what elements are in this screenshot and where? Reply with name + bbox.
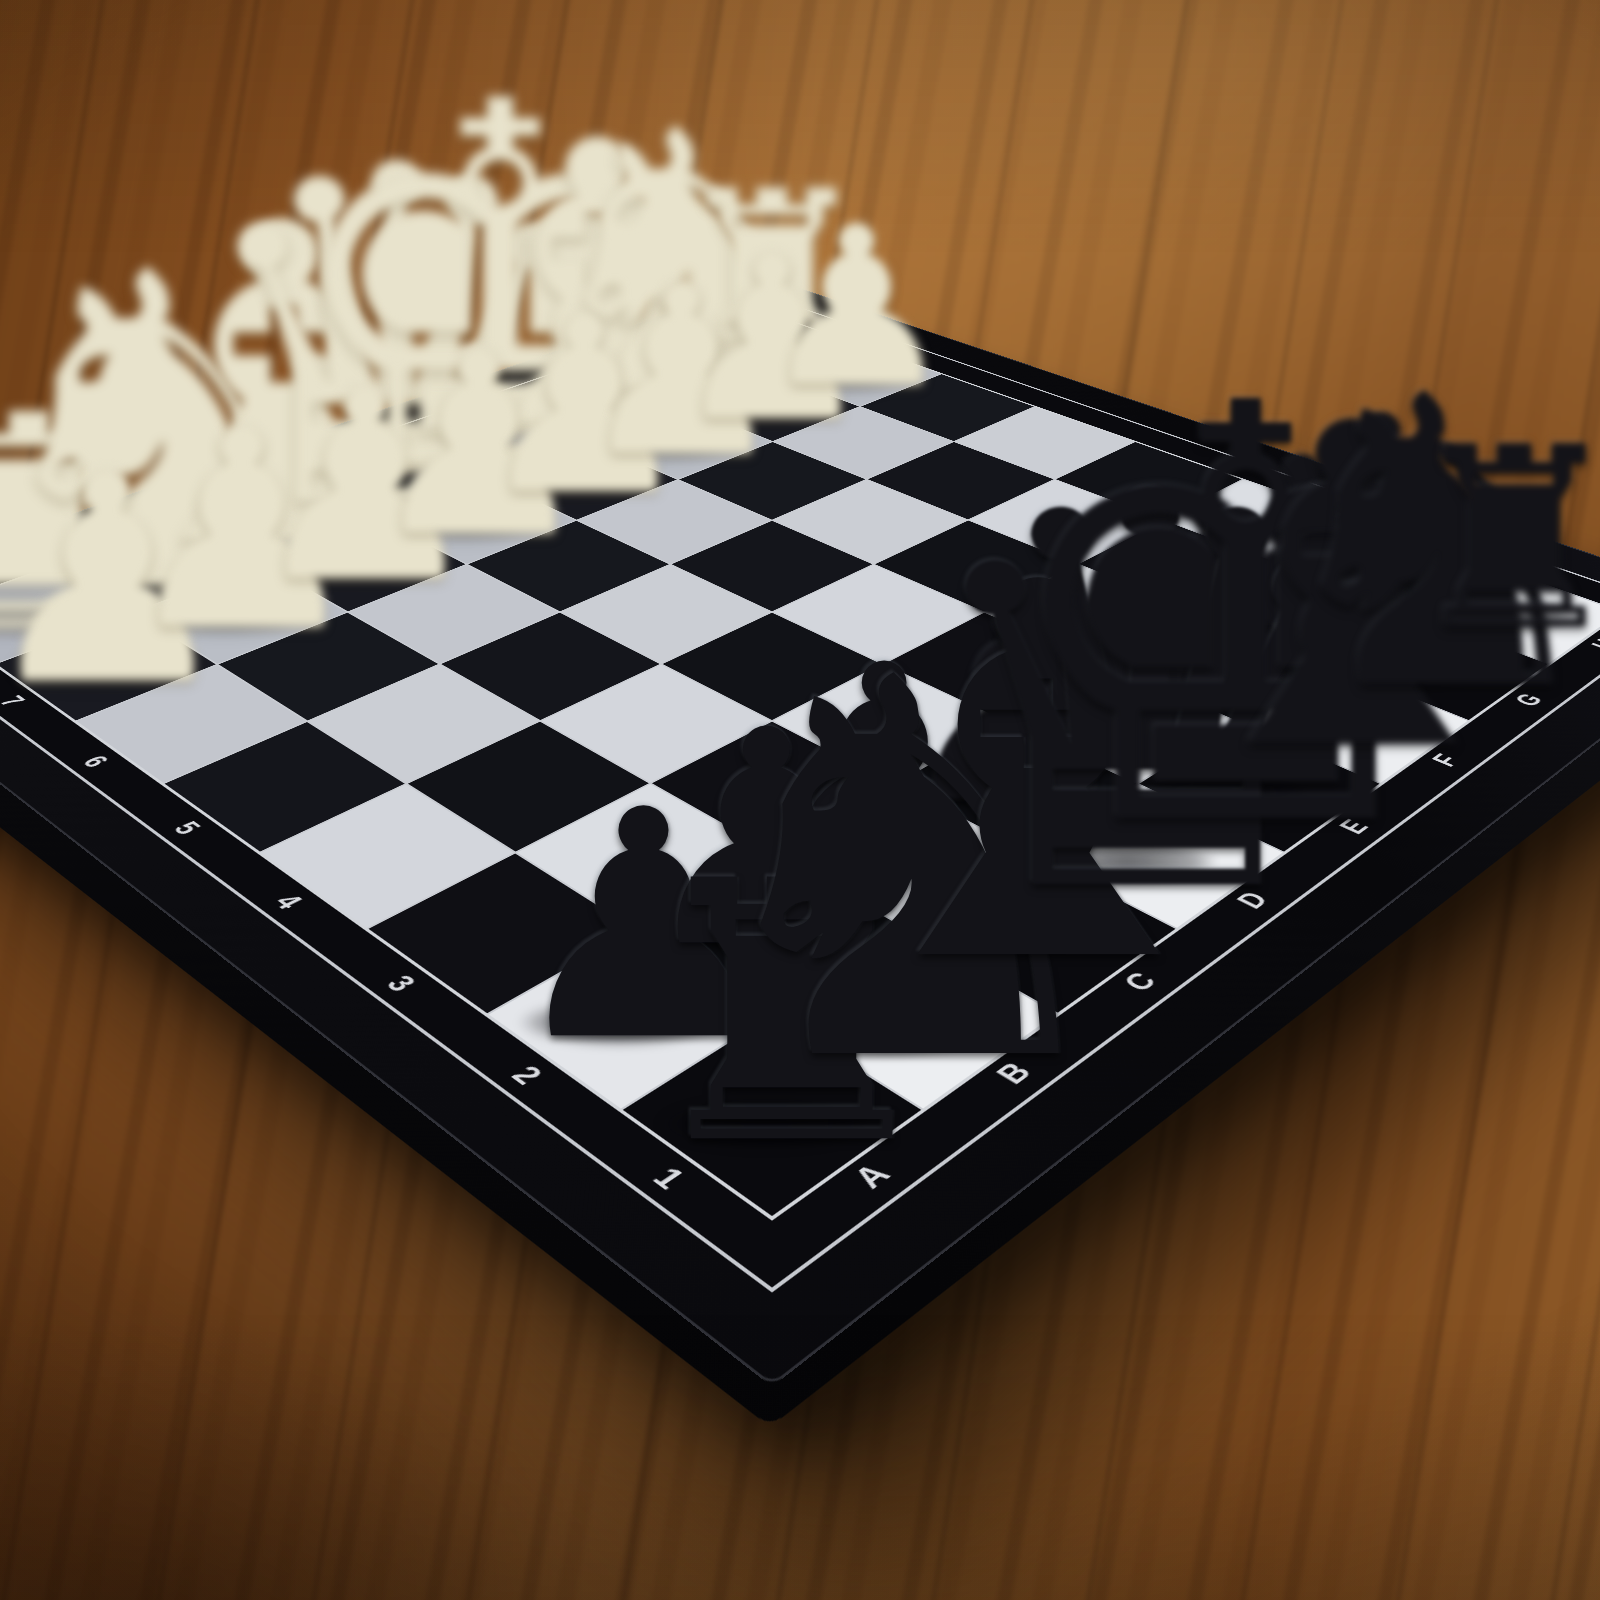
photo-stage: ABCDEFGH12345678 ♜♞♝♛♚♝♞♜♟♟♟♟♟♟♟♟♟♟♟♟♟♟♟… <box>0 0 1600 1600</box>
